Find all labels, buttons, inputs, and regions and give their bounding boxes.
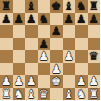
piece-black-pawn[interactable]: ♟	[51, 25, 61, 38]
square-f3[interactable]	[63, 63, 76, 76]
square-a3[interactable]	[0, 63, 13, 76]
square-a6[interactable]	[0, 25, 13, 38]
square-c5[interactable]	[25, 38, 38, 51]
square-g8[interactable]: ♞	[75, 0, 88, 13]
square-f2[interactable]	[63, 75, 76, 88]
piece-white-rook[interactable]: ♜	[89, 88, 99, 101]
square-a2[interactable]: ♟	[0, 75, 13, 88]
square-d3[interactable]	[38, 63, 51, 76]
square-a8[interactable]: ♜	[0, 0, 13, 13]
square-f7[interactable]: ♟	[63, 13, 76, 26]
piece-white-pawn[interactable]: ♟	[1, 75, 11, 88]
piece-white-queen[interactable]: ♛	[39, 88, 49, 101]
square-b2[interactable]: ♟	[13, 75, 26, 88]
square-b7[interactable]: ♟	[13, 13, 26, 26]
piece-white-pawn[interactable]: ♟	[64, 50, 74, 63]
square-g6[interactable]	[75, 25, 88, 38]
piece-white-pawn[interactable]: ♟	[51, 63, 61, 76]
piece-black-pawn[interactable]: ♟	[26, 13, 36, 26]
piece-white-pawn[interactable]: ♟	[89, 75, 99, 88]
square-e2[interactable]: ♚	[50, 75, 63, 88]
piece-white-pawn[interactable]: ♟	[39, 50, 49, 63]
square-g2[interactable]: ♟	[75, 75, 88, 88]
square-b6[interactable]	[13, 25, 26, 38]
piece-black-bishop[interactable]: ♝	[26, 0, 36, 13]
piece-white-pawn[interactable]: ♟	[14, 75, 24, 88]
square-d4[interactable]: ♟	[38, 50, 51, 63]
square-b4[interactable]	[13, 50, 26, 63]
piece-white-pawn[interactable]: ♟	[76, 75, 86, 88]
square-h3[interactable]	[88, 63, 101, 76]
piece-black-knight[interactable]: ♞	[76, 0, 86, 13]
square-h1[interactable]: ♜	[88, 88, 101, 101]
square-d6[interactable]	[38, 25, 51, 38]
square-c4[interactable]	[25, 50, 38, 63]
piece-white-king[interactable]: ♚	[51, 75, 61, 88]
square-c2[interactable]: ♟	[25, 75, 38, 88]
square-b5[interactable]	[13, 38, 26, 51]
square-e4[interactable]	[50, 50, 63, 63]
square-h2[interactable]: ♟	[88, 75, 101, 88]
piece-black-queen[interactable]: ♛	[89, 50, 99, 63]
square-d5[interactable]: ♟	[38, 38, 51, 51]
square-e5[interactable]	[50, 38, 63, 51]
piece-white-bishop[interactable]: ♝	[64, 88, 74, 101]
square-h5[interactable]	[88, 38, 101, 51]
square-b8[interactable]	[13, 0, 26, 13]
square-e6[interactable]: ♟	[50, 25, 63, 38]
piece-black-bishop[interactable]: ♝	[64, 0, 74, 13]
square-g5[interactable]	[75, 38, 88, 51]
chess-board: ♜♝♚♝♞♜♟♟♟♞♟♟♟♟♟♟♟♛♟♟♟♟♚♟♟♜♞♝♛♝♞♜	[0, 0, 100, 100]
square-f4[interactable]: ♟	[63, 50, 76, 63]
square-b3[interactable]	[13, 63, 26, 76]
square-d7[interactable]: ♞	[38, 13, 51, 26]
square-e3[interactable]: ♟	[50, 63, 63, 76]
piece-black-king[interactable]: ♚	[51, 0, 61, 13]
piece-white-knight[interactable]: ♞	[14, 88, 24, 101]
piece-black-pawn[interactable]: ♟	[64, 13, 74, 26]
piece-black-knight[interactable]: ♞	[39, 13, 49, 26]
square-c7[interactable]: ♟	[25, 13, 38, 26]
square-f6[interactable]	[63, 25, 76, 38]
square-b1[interactable]: ♞	[13, 88, 26, 101]
piece-black-rook[interactable]: ♜	[1, 0, 11, 13]
square-f1[interactable]: ♝	[63, 88, 76, 101]
square-c1[interactable]: ♝	[25, 88, 38, 101]
square-h8[interactable]: ♜	[88, 0, 101, 13]
piece-white-bishop[interactable]: ♝	[26, 88, 36, 101]
square-c6[interactable]	[25, 25, 38, 38]
piece-black-pawn[interactable]: ♟	[89, 13, 99, 26]
square-g7[interactable]: ♟	[75, 13, 88, 26]
piece-black-pawn[interactable]: ♟	[1, 13, 11, 26]
square-e7[interactable]	[50, 13, 63, 26]
square-e1[interactable]	[50, 88, 63, 101]
square-g3[interactable]	[75, 63, 88, 76]
piece-black-pawn[interactable]: ♟	[76, 13, 86, 26]
square-d8[interactable]	[38, 0, 51, 13]
square-g1[interactable]: ♞	[75, 88, 88, 101]
piece-white-knight[interactable]: ♞	[76, 88, 86, 101]
piece-black-rook[interactable]: ♜	[89, 0, 99, 13]
piece-black-pawn[interactable]: ♟	[39, 38, 49, 51]
piece-white-rook[interactable]: ♜	[1, 88, 11, 101]
square-a1[interactable]: ♜	[0, 88, 13, 101]
square-f5[interactable]	[63, 38, 76, 51]
square-h7[interactable]: ♟	[88, 13, 101, 26]
square-c3[interactable]	[25, 63, 38, 76]
square-d2[interactable]	[38, 75, 51, 88]
square-c8[interactable]: ♝	[25, 0, 38, 13]
square-d1[interactable]: ♛	[38, 88, 51, 101]
square-f8[interactable]: ♝	[63, 0, 76, 13]
square-e8[interactable]: ♚	[50, 0, 63, 13]
square-a4[interactable]	[0, 50, 13, 63]
piece-black-pawn[interactable]: ♟	[14, 13, 24, 26]
piece-white-pawn[interactable]: ♟	[26, 75, 36, 88]
square-h6[interactable]	[88, 25, 101, 38]
square-g4[interactable]	[75, 50, 88, 63]
square-a5[interactable]	[0, 38, 13, 51]
square-a7[interactable]: ♟	[0, 13, 13, 26]
square-h4[interactable]: ♛	[88, 50, 101, 63]
